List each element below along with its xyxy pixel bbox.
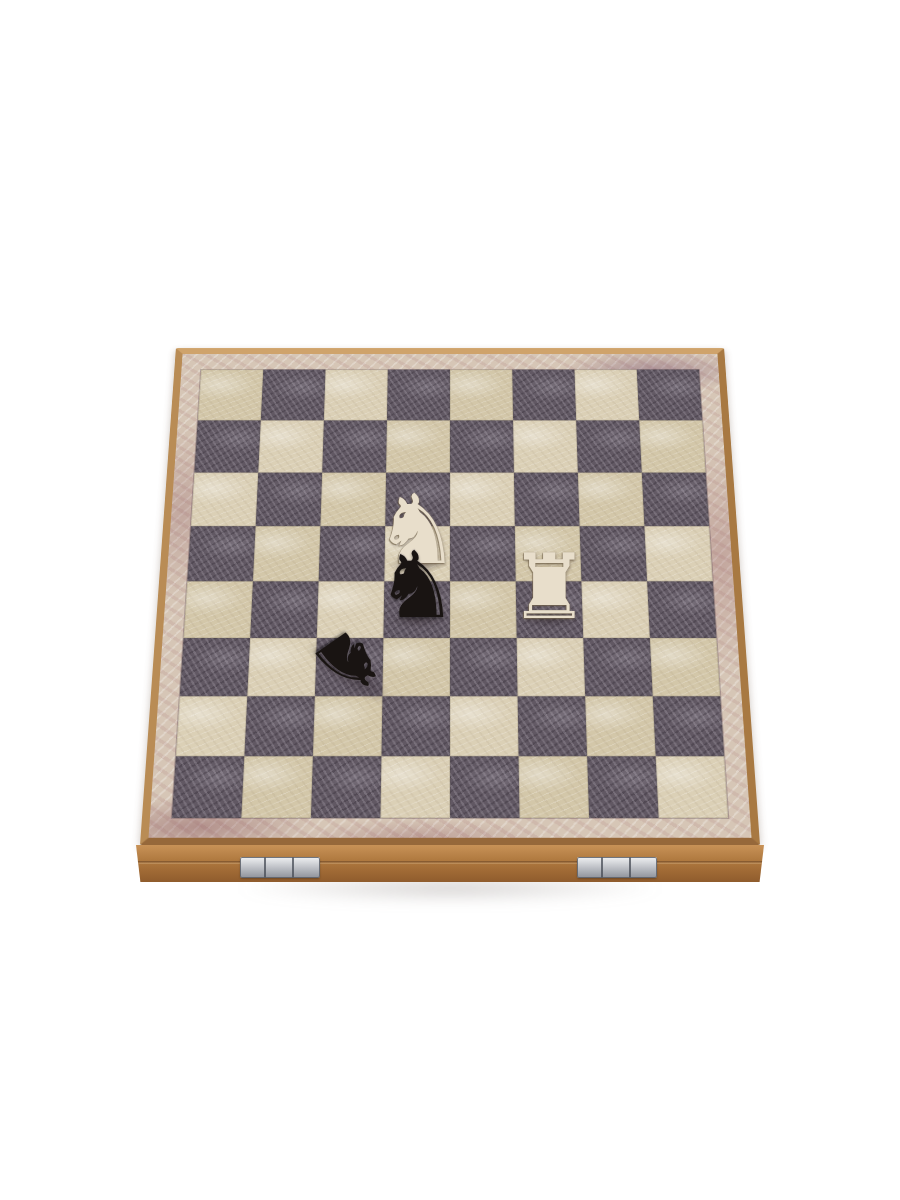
white-rook-f4[interactable]: ♜ [509, 543, 590, 633]
pieces-layer: ♞♞♜♞ [0, 0, 900, 1200]
chess-set-photo: ♞♞♜♞ [0, 0, 900, 1200]
black-knight-d4[interactable]: ♞ [376, 541, 458, 633]
